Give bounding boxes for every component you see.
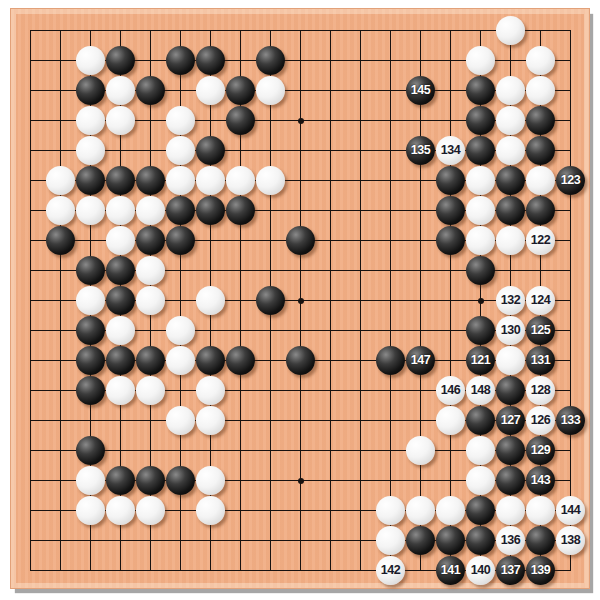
black-stone [286,346,315,375]
white-stone [166,136,195,165]
white-stone: 128 [526,376,555,405]
white-stone [136,256,165,285]
grid-line-vertical [330,30,331,571]
white-stone [166,166,195,195]
move-number-label: 137 [501,564,520,577]
white-stone [76,106,105,135]
white-stone [46,166,75,195]
black-stone [436,526,465,555]
move-number-label: 122 [531,234,550,247]
grid-line-vertical [390,30,391,571]
white-stone: 146 [436,376,465,405]
black-stone [76,256,105,285]
black-stone [496,166,525,195]
black-stone [106,346,135,375]
white-stone [136,496,165,525]
white-stone [106,316,135,345]
star-point [298,298,304,304]
black-stone [436,226,465,255]
black-stone [196,196,225,225]
black-stone [406,526,435,555]
black-stone [46,226,75,255]
move-number-label: 133 [561,414,580,427]
black-stone: 121 [466,346,495,375]
white-stone [106,496,135,525]
move-number-label: 138 [561,534,580,547]
white-stone [466,466,495,495]
white-stone [136,196,165,225]
go-board[interactable]: 1451351341231221321241301251471211311461… [10,8,590,589]
move-number-label: 147 [411,354,430,367]
move-number-label: 131 [531,354,550,367]
white-stone [496,76,525,105]
move-number-label: 124 [531,294,550,307]
black-stone [526,526,555,555]
black-stone [226,76,255,105]
white-stone [496,136,525,165]
white-stone: 134 [436,136,465,165]
move-number-label: 142 [381,564,400,577]
move-number-label: 134 [441,144,460,157]
black-stone [526,136,555,165]
move-number-label: 123 [561,174,580,187]
black-stone [106,286,135,315]
black-stone: 141 [436,556,465,585]
black-stone [436,166,465,195]
black-stone [526,196,555,225]
black-stone [166,226,195,255]
black-stone [106,466,135,495]
move-number-label: 136 [501,534,520,547]
white-stone [196,466,225,495]
black-stone [196,346,225,375]
black-stone [496,196,525,225]
move-number-label: 146 [441,384,460,397]
black-stone [526,106,555,135]
black-stone [106,166,135,195]
black-stone [76,76,105,105]
white-stone [76,136,105,165]
black-stone [196,46,225,75]
black-stone [76,436,105,465]
white-stone [406,436,435,465]
move-number-label: 135 [411,144,430,157]
move-number-label: 139 [531,564,550,577]
move-number-label: 148 [471,384,490,397]
white-stone [196,406,225,435]
black-stone [466,406,495,435]
grid-line-vertical [420,30,421,571]
white-stone [196,166,225,195]
go-game-screenshot: { "game": "go", "board_size": 19, "moves… [0,0,600,600]
move-number-label: 128 [531,384,550,397]
white-stone [76,496,105,525]
black-stone [166,196,195,225]
black-stone [106,46,135,75]
white-stone [106,76,135,105]
white-stone: 132 [496,286,525,315]
black-stone [466,496,495,525]
white-stone: 136 [496,526,525,555]
white-stone [106,106,135,135]
black-stone: 139 [526,556,555,585]
black-stone: 133 [556,406,585,435]
black-stone [76,376,105,405]
black-stone [496,436,525,465]
move-number-label: 130 [501,324,520,337]
move-number-label: 132 [501,294,520,307]
black-stone [286,226,315,255]
white-stone: 124 [526,286,555,315]
white-stone [256,76,285,105]
black-stone [436,196,465,225]
white-stone [466,46,495,75]
white-stone [76,286,105,315]
white-stone [166,406,195,435]
black-stone [136,466,165,495]
white-stone [166,106,195,135]
black-stone: 143 [526,466,555,495]
black-stone: 145 [406,76,435,105]
white-stone [526,46,555,75]
move-number-label: 121 [471,354,490,367]
white-stone [526,166,555,195]
white-stone [166,346,195,375]
black-stone [76,166,105,195]
white-stone [76,196,105,225]
white-stone [466,436,495,465]
grid-line-vertical [360,30,361,571]
black-stone [136,346,165,375]
black-stone: 135 [406,136,435,165]
white-stone [106,196,135,225]
black-stone [226,196,255,225]
white-stone [496,16,525,45]
move-number-label: 127 [501,414,520,427]
move-number-label: 144 [561,504,580,517]
black-stone [466,106,495,135]
black-stone: 137 [496,556,525,585]
white-stone: 126 [526,406,555,435]
black-stone [226,106,255,135]
white-stone [496,106,525,135]
black-stone: 125 [526,316,555,345]
white-stone [76,466,105,495]
white-stone [106,226,135,255]
white-stone [256,166,285,195]
white-stone [376,496,405,525]
black-stone [136,226,165,255]
star-point [298,478,304,484]
white-stone [136,376,165,405]
black-stone [466,316,495,345]
black-stone [196,136,225,165]
black-stone: 147 [406,346,435,375]
white-stone [196,76,225,105]
black-stone [466,256,495,285]
white-stone [526,496,555,525]
black-stone [376,346,405,375]
white-stone: 122 [526,226,555,255]
black-stone [136,166,165,195]
white-stone [166,316,195,345]
black-stone [106,256,135,285]
black-stone [496,466,525,495]
black-stone [166,466,195,495]
move-number-label: 140 [471,564,490,577]
white-stone [436,496,465,525]
black-stone [496,376,525,405]
black-stone: 129 [526,436,555,465]
black-stone [256,286,285,315]
black-stone [76,346,105,375]
black-stone: 123 [556,166,585,195]
white-stone [466,226,495,255]
black-stone: 127 [496,406,525,435]
white-stone [406,496,435,525]
grid-line-vertical [570,30,571,571]
black-stone [466,526,495,555]
white-stone [376,526,405,555]
white-stone [496,496,525,525]
move-number-label: 143 [531,474,550,487]
white-stone: 144 [556,496,585,525]
white-stone [196,376,225,405]
white-stone: 138 [556,526,585,555]
black-stone: 131 [526,346,555,375]
black-stone [136,76,165,105]
move-number-label: 125 [531,324,550,337]
star-point [478,298,484,304]
star-point [298,118,304,124]
black-stone [256,46,285,75]
white-stone [46,196,75,225]
white-stone [466,166,495,195]
grid-line-vertical [450,30,451,571]
move-number-label: 126 [531,414,550,427]
white-stone [196,286,225,315]
white-stone [466,196,495,225]
move-number-label: 141 [441,564,460,577]
black-stone [166,46,195,75]
black-stone [466,76,495,105]
black-stone [466,136,495,165]
white-stone [76,46,105,75]
white-stone: 140 [466,556,495,585]
white-stone [496,346,525,375]
white-stone [106,376,135,405]
white-stone: 130 [496,316,525,345]
move-number-label: 145 [411,84,430,97]
white-stone [436,406,465,435]
white-stone [226,166,255,195]
white-stone: 148 [466,376,495,405]
black-stone [76,316,105,345]
move-number-label: 129 [531,444,550,457]
white-stone [496,226,525,255]
white-stone [526,76,555,105]
black-stone [226,346,255,375]
white-stone [136,286,165,315]
white-stone [196,496,225,525]
white-stone: 142 [376,556,405,585]
